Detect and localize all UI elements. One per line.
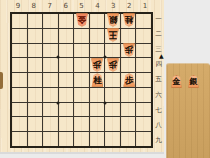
koma-gote-2一[interactable]: 桂	[123, 13, 135, 27]
rank-label: 八	[153, 118, 164, 133]
file-label: 9	[10, 0, 26, 12]
file-label: 2	[121, 0, 137, 12]
hoshi-dot	[104, 56, 107, 59]
koma-sente-4五[interactable]: 桂	[91, 73, 103, 87]
pieces-layer: 金銀桂王歩歩歩桂歩	[10, 12, 153, 148]
rank-label: 二	[153, 27, 164, 42]
hoshi-dot	[56, 101, 59, 104]
rank-label: 九	[153, 133, 164, 148]
file-label: 4	[89, 0, 105, 12]
sente-marker: ▲	[159, 52, 164, 60]
file-label: 5	[74, 0, 90, 12]
rank-label: 七	[153, 103, 164, 118]
rank-coordinate-labels: 一二三四五六七八九	[153, 12, 164, 148]
board-grid-area: 金銀桂王歩歩歩桂歩	[10, 12, 153, 148]
hoshi-dot	[56, 56, 59, 59]
file-label: 6	[58, 0, 74, 12]
rank-label: 五	[153, 72, 164, 87]
koma-gote-2三[interactable]: 歩	[123, 43, 135, 57]
sente-komadai: 金銀	[166, 63, 210, 158]
file-coordinate-labels: 987654321	[10, 0, 153, 12]
hoshi-dot	[104, 101, 107, 104]
shogi-widget: 987654321 一二三四五六七八九 金銀桂王歩歩歩桂歩 ▲ 金銀	[0, 0, 210, 158]
rank-label: 一	[153, 12, 164, 27]
koma-gote-3二[interactable]: 王	[107, 28, 119, 42]
hand-koma-金[interactable]: 金	[171, 75, 182, 88]
hand-koma-銀[interactable]: 銀	[188, 75, 199, 88]
koma-sente-2五[interactable]: 歩	[123, 73, 135, 87]
file-label: 8	[26, 0, 42, 12]
koma-gote-3一[interactable]: 銀	[107, 13, 119, 27]
file-label: 7	[42, 0, 58, 12]
koma-gote-4四[interactable]: 歩	[91, 58, 103, 72]
file-label: 1	[137, 0, 153, 12]
shogi-board-panel: 987654321 一二三四五六七八九 金銀桂王歩歩歩桂歩	[0, 0, 164, 152]
koma-gote-3四[interactable]: 歩	[107, 58, 119, 72]
koma-gote-5一[interactable]: 金	[76, 13, 88, 27]
rank-label: 六	[153, 88, 164, 103]
sente-hand-pieces: 金銀	[167, 64, 210, 88]
gote-komadai-edge	[0, 72, 3, 89]
file-label: 3	[105, 0, 121, 12]
